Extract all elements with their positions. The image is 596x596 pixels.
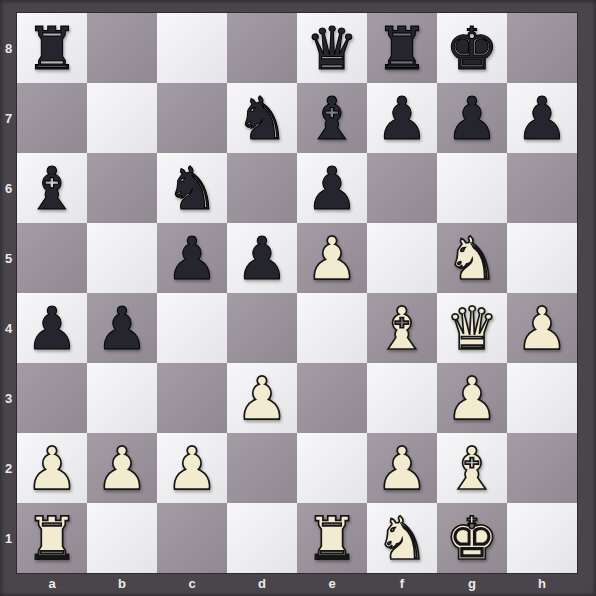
white-king-g1[interactable]: ♚ [437,503,507,573]
board-frame: 87654321 ♜♛♜♚♞♝♟♟♟♝♞♟♟♟♟♞♟♟♝♛♟♟♟♟♟♟♟♝♜♜♞… [0,0,596,596]
white-pawn-a2[interactable]: ♟ [17,433,87,503]
square-a7[interactable] [17,83,87,153]
square-a8[interactable]: ♜ [17,13,87,83]
black-rook-a8[interactable]: ♜ [17,13,87,83]
square-g4[interactable]: ♛ [437,293,507,363]
white-pawn-h4[interactable]: ♟ [507,293,577,363]
square-g5[interactable]: ♞ [437,223,507,293]
black-pawn-h7[interactable]: ♟ [507,83,577,153]
square-b5[interactable] [87,223,157,293]
square-f2[interactable]: ♟ [367,433,437,503]
square-d6[interactable] [227,153,297,223]
square-e5[interactable]: ♟ [297,223,367,293]
file-labels: abcdefgh [17,573,577,596]
square-d5[interactable]: ♟ [227,223,297,293]
black-pawn-a4[interactable]: ♟ [17,293,87,363]
rank-label-7: 7 [0,83,17,153]
rank-label-3: 3 [0,363,17,433]
rank-label-2: 2 [0,433,17,503]
rank-labels: 87654321 [0,13,17,573]
square-e3[interactable] [297,363,367,433]
black-pawn-g7[interactable]: ♟ [437,83,507,153]
square-h1[interactable] [507,503,577,573]
square-g8[interactable]: ♚ [437,13,507,83]
square-b4[interactable]: ♟ [87,293,157,363]
white-knight-g5[interactable]: ♞ [437,223,507,293]
black-pawn-d5[interactable]: ♟ [227,223,297,293]
square-d7[interactable]: ♞ [227,83,297,153]
file-label-c: c [157,573,227,596]
black-queen-e8[interactable]: ♛ [297,13,367,83]
square-f7[interactable]: ♟ [367,83,437,153]
white-pawn-d3[interactable]: ♟ [227,363,297,433]
square-h5[interactable] [507,223,577,293]
black-rook-f8[interactable]: ♜ [367,13,437,83]
square-c4[interactable] [157,293,227,363]
rank-label-5: 5 [0,223,17,293]
square-e6[interactable]: ♟ [297,153,367,223]
square-f8[interactable]: ♜ [367,13,437,83]
square-c1[interactable] [157,503,227,573]
square-g7[interactable]: ♟ [437,83,507,153]
square-g1[interactable]: ♚ [437,503,507,573]
file-label-g: g [437,573,507,596]
square-a3[interactable] [17,363,87,433]
black-knight-d7[interactable]: ♞ [227,83,297,153]
file-label-d: d [227,573,297,596]
square-a2[interactable]: ♟ [17,433,87,503]
white-pawn-f2[interactable]: ♟ [367,433,437,503]
square-f5[interactable] [367,223,437,293]
square-b6[interactable] [87,153,157,223]
square-e4[interactable] [297,293,367,363]
file-label-f: f [367,573,437,596]
file-label-a: a [17,573,87,596]
square-d8[interactable] [227,13,297,83]
white-rook-e1[interactable]: ♜ [297,503,367,573]
white-rook-a1[interactable]: ♜ [17,503,87,573]
black-pawn-b4[interactable]: ♟ [87,293,157,363]
square-e8[interactable]: ♛ [297,13,367,83]
black-knight-c6[interactable]: ♞ [157,153,227,223]
white-knight-f1[interactable]: ♞ [367,503,437,573]
rank-label-4: 4 [0,293,17,363]
black-bishop-e7[interactable]: ♝ [297,83,367,153]
square-h6[interactable] [507,153,577,223]
white-bishop-g2[interactable]: ♝ [437,433,507,503]
square-d4[interactable] [227,293,297,363]
square-a1[interactable]: ♜ [17,503,87,573]
white-pawn-g3[interactable]: ♟ [437,363,507,433]
square-c2[interactable]: ♟ [157,433,227,503]
square-b3[interactable] [87,363,157,433]
square-f3[interactable] [367,363,437,433]
black-pawn-c5[interactable]: ♟ [157,223,227,293]
square-d1[interactable] [227,503,297,573]
square-b8[interactable] [87,13,157,83]
file-label-b: b [87,573,157,596]
black-king-g8[interactable]: ♚ [437,13,507,83]
square-c8[interactable] [157,13,227,83]
square-c3[interactable] [157,363,227,433]
square-a4[interactable]: ♟ [17,293,87,363]
square-c6[interactable]: ♞ [157,153,227,223]
white-pawn-b2[interactable]: ♟ [87,433,157,503]
square-f4[interactable]: ♝ [367,293,437,363]
rank-label-8: 8 [0,13,17,83]
square-d2[interactable] [227,433,297,503]
white-queen-g4[interactable]: ♛ [437,293,507,363]
square-h2[interactable] [507,433,577,503]
square-d3[interactable]: ♟ [227,363,297,433]
file-label-h: h [507,573,577,596]
square-b1[interactable] [87,503,157,573]
square-h3[interactable] [507,363,577,433]
white-pawn-c2[interactable]: ♟ [157,433,227,503]
square-e1[interactable]: ♜ [297,503,367,573]
square-f1[interactable]: ♞ [367,503,437,573]
square-a6[interactable]: ♝ [17,153,87,223]
square-c5[interactable]: ♟ [157,223,227,293]
black-pawn-f7[interactable]: ♟ [367,83,437,153]
rank-label-6: 6 [0,153,17,223]
square-h7[interactable]: ♟ [507,83,577,153]
square-f6[interactable] [367,153,437,223]
square-h4[interactable]: ♟ [507,293,577,363]
square-g3[interactable]: ♟ [437,363,507,433]
white-pawn-e5[interactable]: ♟ [297,223,367,293]
square-b7[interactable] [87,83,157,153]
board: ♜♛♜♚♞♝♟♟♟♝♞♟♟♟♟♞♟♟♝♛♟♟♟♟♟♟♟♝♜♜♞♚ [17,13,577,573]
file-label-e: e [297,573,367,596]
square-g2[interactable]: ♝ [437,433,507,503]
square-c7[interactable] [157,83,227,153]
square-e2[interactable] [297,433,367,503]
black-bishop-a6[interactable]: ♝ [17,153,87,223]
square-g6[interactable] [437,153,507,223]
square-h8[interactable] [507,13,577,83]
square-e7[interactable]: ♝ [297,83,367,153]
square-b2[interactable]: ♟ [87,433,157,503]
white-bishop-f4[interactable]: ♝ [367,293,437,363]
rank-label-1: 1 [0,503,17,573]
black-pawn-e6[interactable]: ♟ [297,153,367,223]
square-a5[interactable] [17,223,87,293]
